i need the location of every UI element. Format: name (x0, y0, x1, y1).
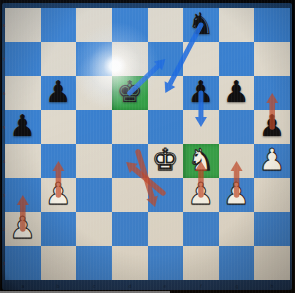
file-label-d: d (126, 283, 134, 289)
square-f3[interactable]: ♟ (183, 178, 219, 212)
square-f7[interactable] (183, 42, 219, 76)
photo-background: ♞♟♚♟♟♟♟♚♞♟♟♟♟♟ abcdefgh 87654321 (0, 0, 295, 293)
rank-label-8: 8 (2, 23, 5, 28)
square-h7[interactable] (254, 42, 290, 76)
square-e8[interactable] (148, 8, 184, 42)
square-e6[interactable] (148, 76, 184, 110)
square-f2[interactable] (183, 212, 219, 246)
square-h4[interactable]: ♟ (254, 144, 290, 178)
square-b4[interactable] (41, 144, 77, 178)
board-frame: ♞♟♚♟♟♟♟♚♞♟♟♟♟♟ abcdefgh 87654321 (2, 3, 292, 290)
square-d3[interactable] (112, 178, 148, 212)
square-e3[interactable] (148, 178, 184, 212)
piece-black-pawn[interactable]: ♟ (9, 111, 36, 141)
square-f1[interactable] (183, 246, 219, 280)
square-e4[interactable]: ♚ (148, 144, 184, 178)
square-b1[interactable] (41, 246, 77, 280)
square-b5[interactable] (41, 110, 77, 144)
square-e7[interactable] (148, 42, 184, 76)
square-a1[interactable] (5, 246, 41, 280)
square-f8[interactable]: ♞ (183, 8, 219, 42)
piece-white-pawn[interactable]: ♟ (223, 179, 250, 209)
square-a2[interactable]: ♟ (5, 212, 41, 246)
rank-label-4: 4 (2, 159, 5, 164)
square-g8[interactable] (219, 8, 255, 42)
square-a7[interactable] (5, 42, 41, 76)
square-e1[interactable] (148, 246, 184, 280)
file-label-h: h (268, 283, 276, 289)
square-d7[interactable] (112, 42, 148, 76)
square-b6[interactable]: ♟ (41, 76, 77, 110)
square-e5[interactable] (148, 110, 184, 144)
piece-white-pawn[interactable]: ♟ (9, 213, 36, 243)
square-f4[interactable]: ♞ (183, 144, 219, 178)
square-f5[interactable] (183, 110, 219, 144)
square-g1[interactable] (219, 246, 255, 280)
square-a8[interactable] (5, 8, 41, 42)
piece-black-pawn[interactable]: ♟ (259, 111, 286, 141)
square-h6[interactable] (254, 76, 290, 110)
file-label-a: a (19, 283, 27, 289)
piece-white-pawn[interactable]: ♟ (259, 145, 286, 175)
rank-label-1: 1 (2, 261, 5, 266)
square-g6[interactable]: ♟ (219, 76, 255, 110)
square-h1[interactable] (254, 246, 290, 280)
piece-black-pawn[interactable]: ♟ (223, 77, 250, 107)
rank-label-7: 7 (2, 57, 5, 62)
square-h5[interactable]: ♟ (254, 110, 290, 144)
square-g2[interactable] (219, 212, 255, 246)
square-d2[interactable] (112, 212, 148, 246)
square-f6[interactable]: ♟ (183, 76, 219, 110)
square-g5[interactable] (219, 110, 255, 144)
piece-white-king[interactable]: ♚ (152, 145, 179, 175)
square-d5[interactable] (112, 110, 148, 144)
piece-white-knight[interactable]: ♞ (187, 145, 214, 175)
file-label-c: c (90, 283, 98, 289)
rank-label-6: 6 (2, 91, 5, 96)
file-label-f: f (197, 283, 205, 289)
square-c5[interactable] (76, 110, 112, 144)
file-label-b: b (54, 283, 62, 289)
piece-white-pawn[interactable]: ♟ (45, 179, 72, 209)
square-h3[interactable] (254, 178, 290, 212)
square-g4[interactable] (219, 144, 255, 178)
square-d1[interactable] (112, 246, 148, 280)
square-a4[interactable] (5, 144, 41, 178)
square-a6[interactable] (5, 76, 41, 110)
square-c6[interactable] (76, 76, 112, 110)
square-a5[interactable]: ♟ (5, 110, 41, 144)
square-g7[interactable] (219, 42, 255, 76)
square-d8[interactable] (112, 8, 148, 42)
square-b3[interactable]: ♟ (41, 178, 77, 212)
square-d6[interactable]: ♚ (112, 76, 148, 110)
square-c3[interactable] (76, 178, 112, 212)
rank-label-2: 2 (2, 227, 5, 232)
square-b2[interactable] (41, 212, 77, 246)
piece-black-king[interactable]: ♚ (116, 77, 143, 107)
square-c2[interactable] (76, 212, 112, 246)
square-h2[interactable] (254, 212, 290, 246)
file-label-e: e (161, 283, 169, 289)
square-c7[interactable] (76, 42, 112, 76)
file-label-g: g (233, 283, 241, 289)
square-b8[interactable] (41, 8, 77, 42)
square-h8[interactable] (254, 8, 290, 42)
piece-black-knight[interactable]: ♞ (187, 9, 214, 39)
square-c8[interactable] (76, 8, 112, 42)
rank-label-5: 5 (2, 125, 5, 130)
rank-labels: 87654321 (2, 8, 6, 280)
piece-black-pawn[interactable]: ♟ (45, 77, 72, 107)
chess-board[interactable]: ♞♟♚♟♟♟♟♚♞♟♟♟♟♟ (5, 8, 290, 280)
square-b7[interactable] (41, 42, 77, 76)
file-labels: abcdefgh (5, 282, 290, 291)
square-c1[interactable] (76, 246, 112, 280)
square-d4[interactable] (112, 144, 148, 178)
piece-white-pawn[interactable]: ♟ (187, 179, 214, 209)
square-a3[interactable] (5, 178, 41, 212)
square-e2[interactable] (148, 212, 184, 246)
piece-black-pawn[interactable]: ♟ (187, 77, 214, 107)
square-c4[interactable] (76, 144, 112, 178)
rank-label-3: 3 (2, 193, 5, 198)
square-g3[interactable]: ♟ (219, 178, 255, 212)
